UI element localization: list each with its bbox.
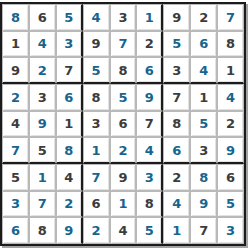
cell-r1c7[interactable]: 9: [163, 4, 190, 31]
cell-r2c5[interactable]: 7: [110, 31, 137, 58]
cell-r7c2[interactable]: 1: [29, 164, 56, 191]
cell-r3c3[interactable]: 7: [56, 57, 83, 84]
cell-r5c3[interactable]: 1: [56, 111, 83, 138]
cell-r2c9[interactable]: 8: [217, 31, 244, 58]
sudoku-board: 8654319271439725689275863412368597144913…: [0, 2, 246, 246]
cell-r7c3[interactable]: 4: [56, 164, 83, 191]
cell-r2c7[interactable]: 5: [163, 31, 190, 58]
cell-r3c7[interactable]: 3: [163, 57, 190, 84]
cell-r9c7[interactable]: 1: [163, 217, 190, 244]
cell-r4c2[interactable]: 3: [29, 84, 56, 111]
cell-r6c5[interactable]: 2: [110, 137, 137, 164]
cell-r6c1[interactable]: 7: [2, 137, 29, 164]
cell-r1c8[interactable]: 2: [190, 4, 217, 31]
cell-r3c1[interactable]: 9: [2, 57, 29, 84]
cell-r3c8[interactable]: 4: [190, 57, 217, 84]
cell-r7c8[interactable]: 8: [190, 164, 217, 191]
sudoku-app: 8654319271439725689275863412368597144913…: [0, 0, 250, 250]
cell-r1c6[interactable]: 1: [136, 4, 163, 31]
cell-r4c7[interactable]: 7: [163, 84, 190, 111]
cell-r8c5[interactable]: 1: [110, 191, 137, 218]
cell-r7c5[interactable]: 9: [110, 164, 137, 191]
cell-r7c9[interactable]: 6: [217, 164, 244, 191]
cell-r5c7[interactable]: 8: [163, 111, 190, 138]
cell-r5c2[interactable]: 9: [29, 111, 56, 138]
cell-r6c4[interactable]: 1: [83, 137, 110, 164]
cell-r3c2[interactable]: 2: [29, 57, 56, 84]
cell-r1c2[interactable]: 6: [29, 4, 56, 31]
cell-r4c3[interactable]: 6: [56, 84, 83, 111]
cell-r8c4[interactable]: 6: [83, 191, 110, 218]
cell-r6c8[interactable]: 3: [190, 137, 217, 164]
cell-r2c2[interactable]: 4: [29, 31, 56, 58]
cell-r6c3[interactable]: 8: [56, 137, 83, 164]
cell-r7c6[interactable]: 3: [136, 164, 163, 191]
cell-r9c4[interactable]: 2: [83, 217, 110, 244]
cell-r9c2[interactable]: 8: [29, 217, 56, 244]
cell-r9c1[interactable]: 6: [2, 217, 29, 244]
cell-r5c5[interactable]: 6: [110, 111, 137, 138]
cell-r4c9[interactable]: 4: [217, 84, 244, 111]
cell-r5c4[interactable]: 3: [83, 111, 110, 138]
cell-r8c8[interactable]: 9: [190, 191, 217, 218]
cell-r8c9[interactable]: 5: [217, 191, 244, 218]
cell-r5c9[interactable]: 2: [217, 111, 244, 138]
cell-r2c4[interactable]: 9: [83, 31, 110, 58]
cell-r8c1[interactable]: 3: [2, 191, 29, 218]
cell-r1c1[interactable]: 8: [2, 4, 29, 31]
cell-r4c4[interactable]: 8: [83, 84, 110, 111]
cell-r4c8[interactable]: 1: [190, 84, 217, 111]
cell-r1c9[interactable]: 7: [217, 4, 244, 31]
cell-r2c8[interactable]: 6: [190, 31, 217, 58]
cell-r4c1[interactable]: 2: [2, 84, 29, 111]
cell-r8c3[interactable]: 2: [56, 191, 83, 218]
cell-r8c6[interactable]: 8: [136, 191, 163, 218]
cell-r9c8[interactable]: 7: [190, 217, 217, 244]
cell-r9c3[interactable]: 9: [56, 217, 83, 244]
cell-r7c4[interactable]: 7: [83, 164, 110, 191]
cell-r2c1[interactable]: 1: [2, 31, 29, 58]
cell-r2c3[interactable]: 3: [56, 31, 83, 58]
cell-r9c6[interactable]: 5: [136, 217, 163, 244]
cell-r6c6[interactable]: 4: [136, 137, 163, 164]
cell-r8c2[interactable]: 7: [29, 191, 56, 218]
cell-r4c5[interactable]: 5: [110, 84, 137, 111]
cell-r3c9[interactable]: 1: [217, 57, 244, 84]
cell-r5c6[interactable]: 7: [136, 111, 163, 138]
cell-r6c2[interactable]: 5: [29, 137, 56, 164]
cell-r1c3[interactable]: 5: [56, 4, 83, 31]
cell-r5c8[interactable]: 5: [190, 111, 217, 138]
cell-r3c6[interactable]: 6: [136, 57, 163, 84]
cell-r3c4[interactable]: 5: [83, 57, 110, 84]
cell-r2c6[interactable]: 2: [136, 31, 163, 58]
cell-r8c7[interactable]: 4: [163, 191, 190, 218]
cell-r3c5[interactable]: 8: [110, 57, 137, 84]
cell-r6c9[interactable]: 9: [217, 137, 244, 164]
cell-r7c7[interactable]: 2: [163, 164, 190, 191]
cell-r7c1[interactable]: 5: [2, 164, 29, 191]
cell-r9c9[interactable]: 3: [217, 217, 244, 244]
cell-r1c5[interactable]: 3: [110, 4, 137, 31]
cell-r4c6[interactable]: 9: [136, 84, 163, 111]
cell-r6c7[interactable]: 6: [163, 137, 190, 164]
cell-r9c5[interactable]: 4: [110, 217, 137, 244]
cell-r1c4[interactable]: 4: [83, 4, 110, 31]
cell-r5c1[interactable]: 4: [2, 111, 29, 138]
